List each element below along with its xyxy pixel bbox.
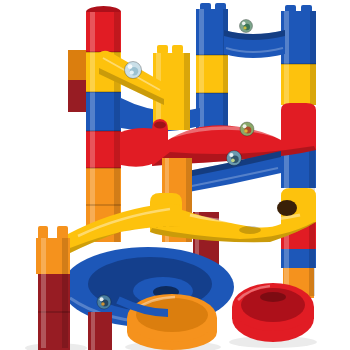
- tower-stud: [157, 45, 168, 54]
- marble-accent: [243, 26, 246, 29]
- tower-shade: [223, 9, 228, 132]
- red-swoop-slot: [154, 122, 166, 129]
- marble-run-photo: [0, 0, 350, 350]
- tower-prong: [38, 226, 48, 240]
- marble-run-illustration: [0, 0, 350, 350]
- tower-shade: [310, 11, 316, 105]
- marble-accent: [101, 302, 105, 306]
- tower-gloss: [41, 238, 46, 348]
- seam: [86, 91, 121, 93]
- tower-prong: [57, 226, 68, 240]
- marble-highlight: [243, 124, 247, 128]
- bridge-left-tower: [196, 3, 228, 132]
- marble-highlight: [229, 153, 233, 157]
- marble-accent: [244, 129, 248, 133]
- seam: [281, 63, 316, 65]
- seam: [196, 54, 228, 56]
- marble-highlight: [100, 297, 104, 301]
- seam: [86, 204, 121, 206]
- tower-stud: [172, 45, 183, 54]
- front-left-foot: [88, 312, 112, 350]
- dish-socket: [260, 292, 286, 302]
- tower-gloss: [284, 11, 289, 105]
- tower-gloss: [90, 12, 95, 242]
- seam: [196, 92, 228, 94]
- yellow-swoop-shade: [239, 226, 261, 234]
- seam: [86, 130, 121, 132]
- bridge-channel: [224, 30, 285, 58]
- red-catch-dish: [232, 283, 314, 342]
- small-left-tower: [36, 226, 70, 350]
- marble-accent: [231, 158, 235, 162]
- seam: [86, 167, 121, 169]
- tower-shade: [114, 12, 120, 242]
- marble-highlight: [242, 22, 246, 26]
- marble-accent: [130, 70, 134, 74]
- yellow-swoop-arch-hole: [277, 200, 297, 216]
- tower-shade: [62, 238, 68, 348]
- tower-shade: [184, 53, 190, 130]
- left-tower: [86, 6, 121, 242]
- column-gloss: [91, 312, 95, 350]
- bridge-right-tower-top: [281, 5, 316, 105]
- marble-highlight: [128, 64, 133, 69]
